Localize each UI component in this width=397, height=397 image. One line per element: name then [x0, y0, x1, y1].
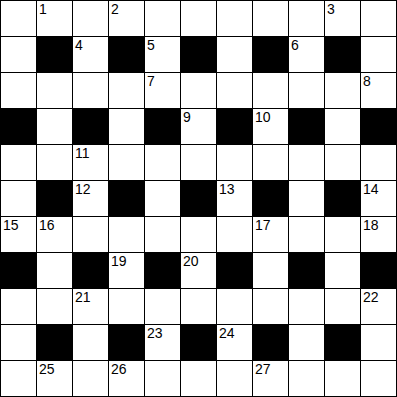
- cell-r0c10[interactable]: [361, 1, 396, 36]
- cell-r8c5[interactable]: [181, 289, 216, 324]
- clue-number-15: 15: [3, 218, 19, 232]
- blocked-cell-r9c7: [253, 325, 288, 360]
- cell-r4c10[interactable]: [361, 145, 396, 180]
- cell-r6c0[interactable]: 15: [1, 217, 36, 252]
- cell-r6c1[interactable]: 16: [37, 217, 72, 252]
- crossword-grid: 1234567891011121314151617181920212223242…: [0, 0, 397, 397]
- blocked-cell-r5c7: [253, 181, 288, 216]
- cell-r7c3[interactable]: 19: [109, 253, 144, 288]
- cell-r9c10[interactable]: [361, 325, 396, 360]
- cell-r2c6[interactable]: [217, 73, 252, 108]
- cell-r10c10[interactable]: [361, 361, 396, 396]
- cell-r2c8[interactable]: [289, 73, 324, 108]
- cell-r2c2[interactable]: [73, 73, 108, 108]
- cell-r10c2[interactable]: [73, 361, 108, 396]
- cell-r5c8[interactable]: [289, 181, 324, 216]
- cell-r6c3[interactable]: [109, 217, 144, 252]
- clue-number-20: 20: [183, 254, 199, 268]
- cell-r3c1[interactable]: [37, 109, 72, 144]
- cell-r4c9[interactable]: [325, 145, 360, 180]
- cell-r8c9[interactable]: [325, 289, 360, 324]
- cell-r4c0[interactable]: [1, 145, 36, 180]
- cell-r4c8[interactable]: [289, 145, 324, 180]
- cell-r1c10[interactable]: [361, 37, 396, 72]
- blocked-cell-r7c4: [145, 253, 180, 288]
- cell-r6c2[interactable]: [73, 217, 108, 252]
- blocked-cell-r7c6: [217, 253, 252, 288]
- clue-number-24: 24: [219, 326, 235, 340]
- clue-number-10: 10: [255, 110, 271, 124]
- cell-r10c4[interactable]: [145, 361, 180, 396]
- cell-r3c9[interactable]: [325, 109, 360, 144]
- cell-r1c8[interactable]: 6: [289, 37, 324, 72]
- clue-number-27: 27: [255, 362, 271, 376]
- cell-r8c6[interactable]: [217, 289, 252, 324]
- blocked-cell-r1c3: [109, 37, 144, 72]
- blocked-cell-r3c8: [289, 109, 324, 144]
- cell-r2c10[interactable]: 8: [361, 73, 396, 108]
- clue-number-23: 23: [147, 326, 163, 340]
- blocked-cell-r5c1: [37, 181, 72, 216]
- clue-number-13: 13: [219, 182, 235, 196]
- cell-r1c4[interactable]: 5: [145, 37, 180, 72]
- cell-r5c10[interactable]: 14: [361, 181, 396, 216]
- cell-r4c2[interactable]: 11: [73, 145, 108, 180]
- cell-r1c6[interactable]: [217, 37, 252, 72]
- clue-number-12: 12: [75, 182, 91, 196]
- cell-r4c5[interactable]: [181, 145, 216, 180]
- clue-number-2: 2: [111, 2, 119, 16]
- cell-r0c0[interactable]: [1, 1, 36, 36]
- cell-r3c7[interactable]: 10: [253, 109, 288, 144]
- clue-number-5: 5: [147, 38, 155, 52]
- blocked-cell-r9c5: [181, 325, 216, 360]
- cell-r8c4[interactable]: [145, 289, 180, 324]
- cell-r5c4[interactable]: [145, 181, 180, 216]
- cell-r0c7[interactable]: [253, 1, 288, 36]
- clue-number-19: 19: [111, 254, 127, 268]
- cell-r7c9[interactable]: [325, 253, 360, 288]
- blocked-cell-r3c2: [73, 109, 108, 144]
- cell-r2c7[interactable]: [253, 73, 288, 108]
- cell-r2c1[interactable]: [37, 73, 72, 108]
- cell-r8c8[interactable]: [289, 289, 324, 324]
- cell-r4c4[interactable]: [145, 145, 180, 180]
- cell-r2c9[interactable]: [325, 73, 360, 108]
- cell-r3c5[interactable]: 9: [181, 109, 216, 144]
- cell-r8c7[interactable]: [253, 289, 288, 324]
- blocked-cell-r9c3: [109, 325, 144, 360]
- blocked-cell-r9c1: [37, 325, 72, 360]
- cell-r0c6[interactable]: [217, 1, 252, 36]
- cell-r4c7[interactable]: [253, 145, 288, 180]
- clue-number-18: 18: [363, 218, 379, 232]
- cell-r5c6[interactable]: 13: [217, 181, 252, 216]
- cell-r10c8[interactable]: [289, 361, 324, 396]
- cell-r7c7[interactable]: [253, 253, 288, 288]
- cell-r3c3[interactable]: [109, 109, 144, 144]
- cell-r1c2[interactable]: 4: [73, 37, 108, 72]
- cell-r0c2[interactable]: [73, 1, 108, 36]
- cell-r10c9[interactable]: [325, 361, 360, 396]
- blocked-cell-r5c5: [181, 181, 216, 216]
- cell-r10c7[interactable]: 27: [253, 361, 288, 396]
- cell-r0c5[interactable]: [181, 1, 216, 36]
- cell-r6c10[interactable]: 18: [361, 217, 396, 252]
- blocked-cell-r1c5: [181, 37, 216, 72]
- clue-number-25: 25: [39, 362, 55, 376]
- blocked-cell-r1c1: [37, 37, 72, 72]
- cell-r0c1[interactable]: 1: [37, 1, 72, 36]
- cell-r8c2[interactable]: 21: [73, 289, 108, 324]
- cell-r4c3[interactable]: [109, 145, 144, 180]
- cell-r8c1[interactable]: [37, 289, 72, 324]
- blocked-cell-r7c10: [361, 253, 396, 288]
- cell-r6c6[interactable]: [217, 217, 252, 252]
- cell-r1c0[interactable]: [1, 37, 36, 72]
- cell-r8c0[interactable]: [1, 289, 36, 324]
- blocked-cell-r9c9: [325, 325, 360, 360]
- clue-number-14: 14: [363, 182, 379, 196]
- cell-r0c3[interactable]: 2: [109, 1, 144, 36]
- blocked-cell-r3c10: [361, 109, 396, 144]
- cell-r9c0[interactable]: [1, 325, 36, 360]
- cell-r10c6[interactable]: [217, 361, 252, 396]
- cell-r0c8[interactable]: [289, 1, 324, 36]
- cell-r5c2[interactable]: 12: [73, 181, 108, 216]
- cell-r10c5[interactable]: [181, 361, 216, 396]
- cell-r6c5[interactable]: [181, 217, 216, 252]
- cell-r4c6[interactable]: [217, 145, 252, 180]
- cell-r2c3[interactable]: [109, 73, 144, 108]
- blocked-cell-r5c3: [109, 181, 144, 216]
- cell-r10c1[interactable]: 25: [37, 361, 72, 396]
- clue-number-11: 11: [75, 146, 90, 160]
- clue-number-4: 4: [75, 38, 83, 52]
- cell-r2c0[interactable]: [1, 73, 36, 108]
- clue-number-22: 22: [363, 290, 379, 304]
- cell-r2c4[interactable]: 7: [145, 73, 180, 108]
- cell-r10c0[interactable]: [1, 361, 36, 396]
- cell-r4c1[interactable]: [37, 145, 72, 180]
- cell-r9c8[interactable]: [289, 325, 324, 360]
- blocked-cell-r1c7: [253, 37, 288, 72]
- clue-number-7: 7: [147, 74, 155, 88]
- cell-r5c0[interactable]: [1, 181, 36, 216]
- cell-r6c4[interactable]: [145, 217, 180, 252]
- clue-number-3: 3: [327, 2, 335, 16]
- cell-r6c7[interactable]: 17: [253, 217, 288, 252]
- clue-number-6: 6: [291, 38, 299, 52]
- cell-r0c9[interactable]: 3: [325, 1, 360, 36]
- cell-r6c9[interactable]: [325, 217, 360, 252]
- cell-r6c8[interactable]: [289, 217, 324, 252]
- clue-number-8: 8: [363, 74, 371, 88]
- blocked-cell-r5c9: [325, 181, 360, 216]
- clue-number-21: 21: [75, 290, 91, 304]
- blocked-cell-r7c2: [73, 253, 108, 288]
- cell-r8c3[interactable]: [109, 289, 144, 324]
- blocked-cell-r3c4: [145, 109, 180, 144]
- cell-r2c5[interactable]: [181, 73, 216, 108]
- clue-number-26: 26: [111, 362, 127, 376]
- clue-number-16: 16: [39, 218, 55, 232]
- cell-r9c6[interactable]: 24: [217, 325, 252, 360]
- cell-r10c3[interactable]: 26: [109, 361, 144, 396]
- blocked-cell-r7c0: [1, 253, 36, 288]
- cell-r7c5[interactable]: 20: [181, 253, 216, 288]
- clue-number-1: 1: [39, 2, 47, 16]
- blocked-cell-r3c0: [1, 109, 36, 144]
- blocked-cell-r7c8: [289, 253, 324, 288]
- clue-number-9: 9: [183, 110, 191, 124]
- cell-r7c1[interactable]: [37, 253, 72, 288]
- blocked-cell-r1c9: [325, 37, 360, 72]
- cell-r0c4[interactable]: [145, 1, 180, 36]
- cell-r8c10[interactable]: 22: [361, 289, 396, 324]
- blocked-cell-r3c6: [217, 109, 252, 144]
- cell-r9c4[interactable]: 23: [145, 325, 180, 360]
- clue-number-17: 17: [255, 218, 271, 232]
- cell-r9c2[interactable]: [73, 325, 108, 360]
